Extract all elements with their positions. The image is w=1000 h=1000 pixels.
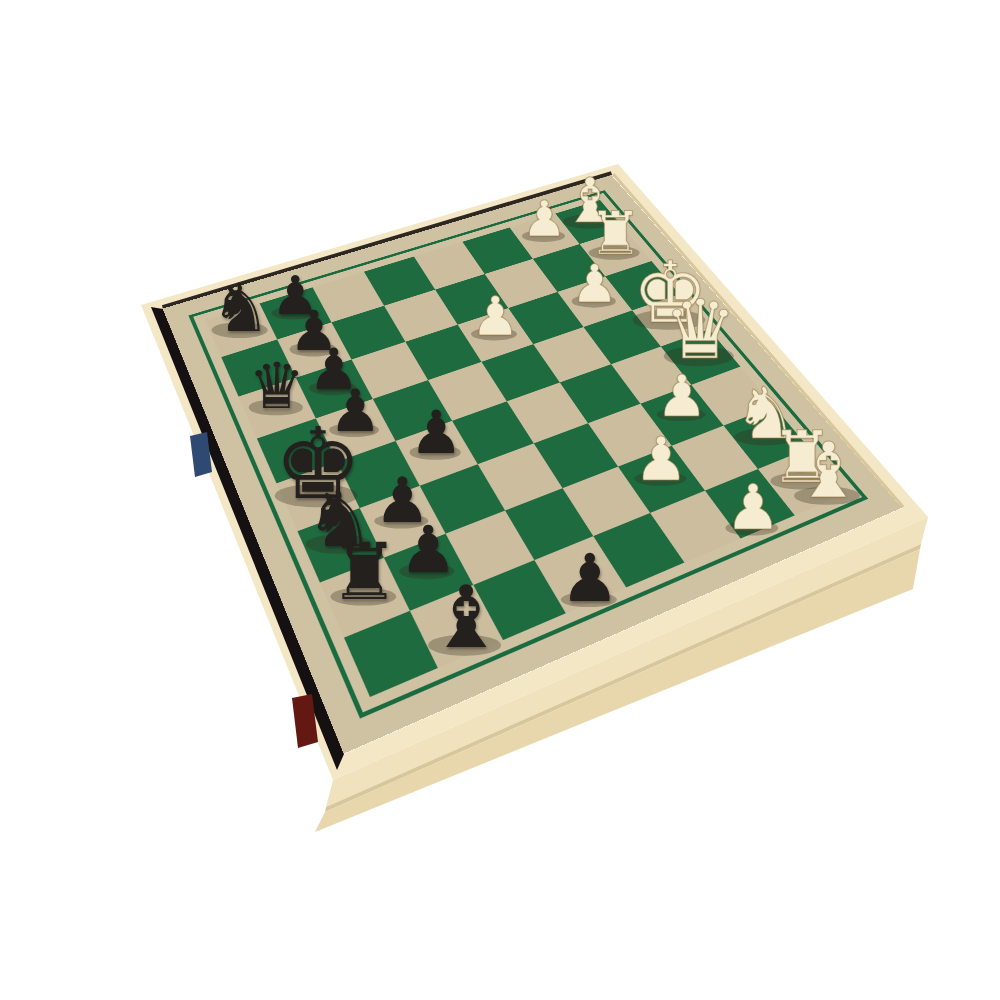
chess-box-photo: ♝♟♜♟♟♚♞♟♟♛♟♛♟♟♞♟♟♜♚♝♟♟♞♟♜♟♝ (0, 0, 1000, 1000)
